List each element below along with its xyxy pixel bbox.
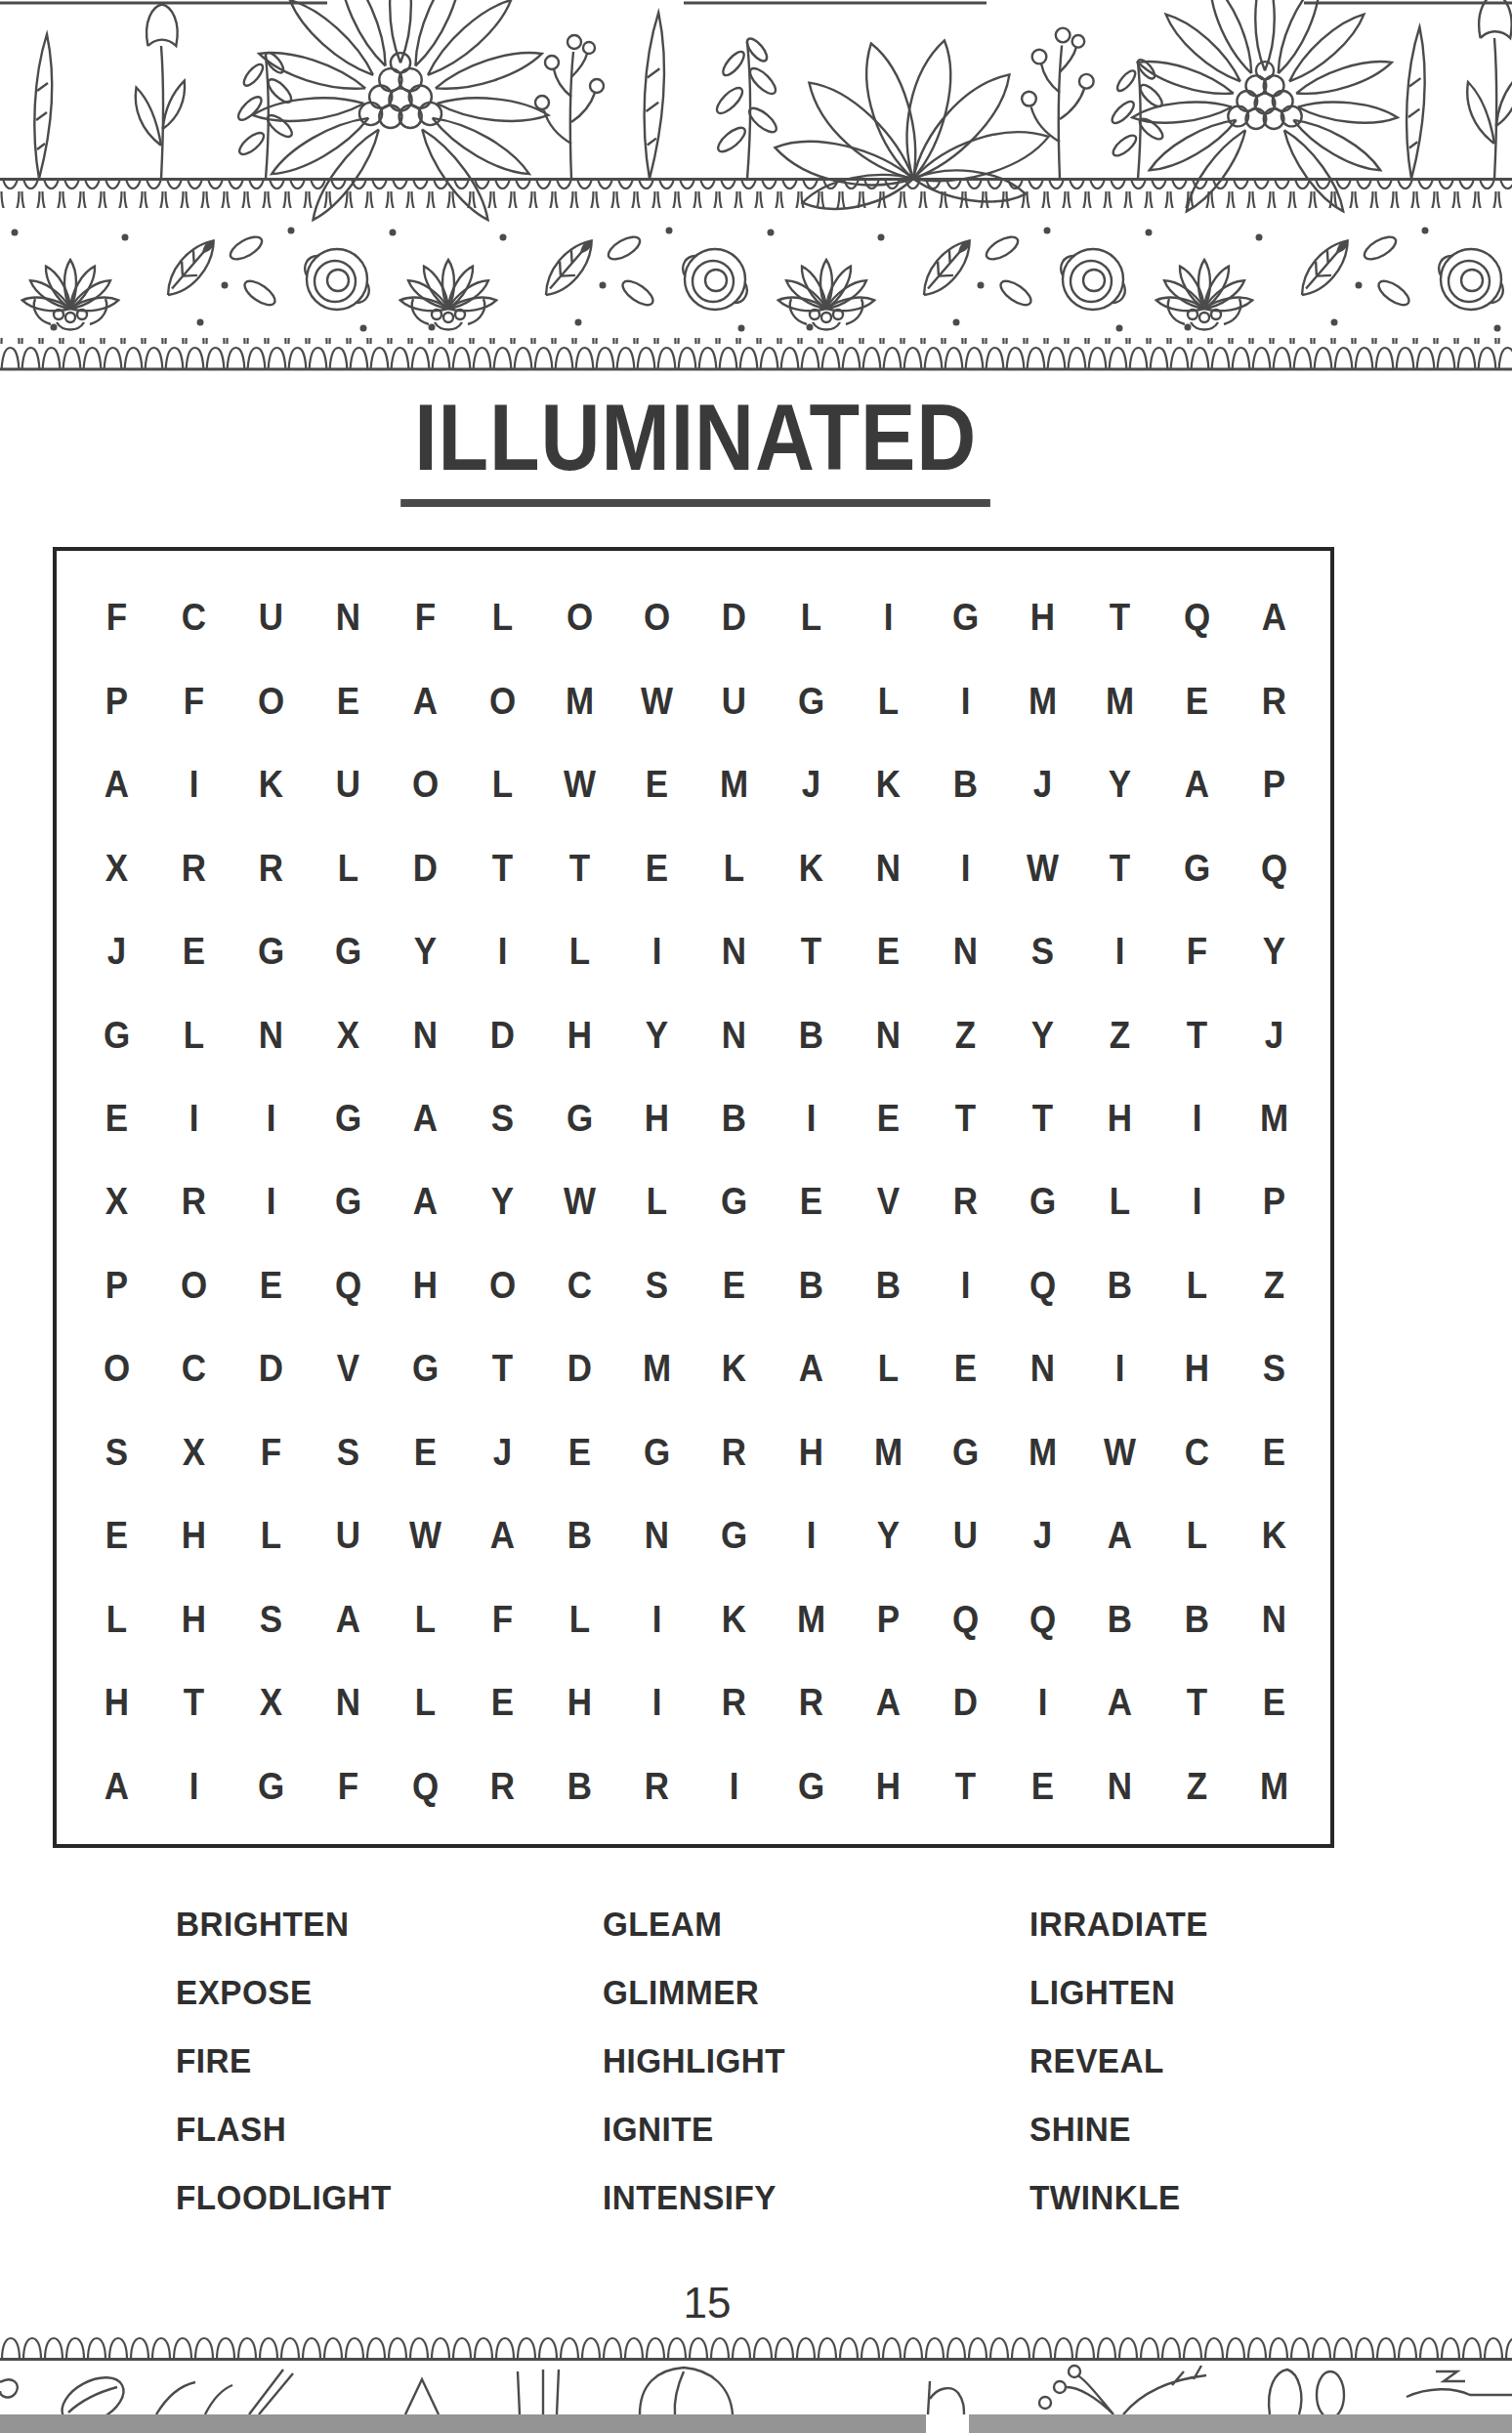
grid-cell[interactable]: L xyxy=(1161,1494,1233,1577)
grid-cell[interactable]: T xyxy=(1161,1661,1233,1744)
grid-cell[interactable]: O xyxy=(390,743,461,826)
grid-cell[interactable]: Z xyxy=(1084,993,1155,1076)
word-item[interactable]: FLASH xyxy=(176,2110,581,2149)
grid-cell[interactable]: N xyxy=(313,576,384,659)
grid-cell[interactable]: A xyxy=(81,1745,152,1828)
grid-cell[interactable]: B xyxy=(544,1494,615,1577)
grid-cell[interactable]: D xyxy=(390,826,461,909)
grid-cell[interactable]: R xyxy=(158,826,230,909)
grid-cell[interactable]: A xyxy=(313,1578,384,1661)
puzzle-page: ILLUMINATED FCUNFLOODLIGHTQAPFOEAOMWUGLI… xyxy=(0,0,1512,2433)
grid-cell[interactable]: O xyxy=(467,1244,538,1327)
grid-cell[interactable]: D xyxy=(467,993,538,1076)
grid-cell[interactable]: G xyxy=(1161,826,1233,909)
grid-cell[interactable]: E xyxy=(930,1327,1001,1410)
grid-cell[interactable]: L xyxy=(698,826,770,909)
grid-cell[interactable]: T xyxy=(930,1745,1001,1828)
grid-cell[interactable]: L xyxy=(158,993,230,1076)
word-item[interactable]: IRRADIATE xyxy=(1029,1905,1208,1944)
grid-cell[interactable]: E xyxy=(621,826,693,909)
grid-cell[interactable]: N xyxy=(235,993,307,1076)
grid-cell[interactable]: D xyxy=(930,1661,1001,1744)
grid-cell[interactable]: I xyxy=(621,910,693,993)
grid-cell[interactable]: C xyxy=(544,1244,615,1327)
grid-cell[interactable]: G xyxy=(235,910,307,993)
grid-cell[interactable]: R xyxy=(1239,659,1310,742)
grid-cell[interactable]: L xyxy=(390,1578,461,1661)
grid-cell[interactable]: S xyxy=(1007,910,1078,993)
grid-cell[interactable]: E xyxy=(313,659,384,742)
grid-cell[interactable]: A xyxy=(853,1661,924,1744)
grid-cell[interactable]: E xyxy=(158,910,230,993)
grid-cell[interactable]: T xyxy=(158,1661,230,1744)
grid-cell[interactable]: E xyxy=(81,1494,152,1577)
grid-cell[interactable]: U xyxy=(313,1494,384,1577)
grid-cell[interactable]: G xyxy=(544,1077,615,1160)
grid-cell[interactable]: B xyxy=(930,743,1001,826)
grid-cell[interactable]: G xyxy=(1007,1160,1078,1243)
grid-cell[interactable]: M xyxy=(544,659,615,742)
grid-cell[interactable]: N xyxy=(853,826,924,909)
grid-cell[interactable]: I xyxy=(853,576,924,659)
word-item[interactable]: EXPOSE xyxy=(176,1973,581,2012)
grid-cell[interactable]: H xyxy=(776,1411,847,1494)
grid-cell[interactable]: Y xyxy=(621,993,693,1076)
grid-cell[interactable]: P xyxy=(81,659,152,742)
grid-cell[interactable]: U xyxy=(930,1494,1001,1577)
grid-cell[interactable]: R xyxy=(930,1160,1001,1243)
grid-cell[interactable]: I xyxy=(930,1244,1001,1327)
grid-cell[interactable]: T xyxy=(776,910,847,993)
grid-cell[interactable]: A xyxy=(390,1077,461,1160)
grid-cell[interactable]: T xyxy=(544,826,615,909)
grid-cell[interactable]: H xyxy=(1084,1077,1155,1160)
grid-cell[interactable]: G xyxy=(313,1160,384,1243)
word-item[interactable]: IGNITE xyxy=(603,2110,1008,2149)
word-item[interactable]: GLEAM xyxy=(603,1905,1008,1944)
grid-cell[interactable]: X xyxy=(81,1160,152,1243)
grid-cell[interactable]: A xyxy=(1084,1494,1155,1577)
grid-cell[interactable]: Y xyxy=(1007,993,1078,1076)
grid-cell[interactable]: F xyxy=(313,1745,384,1828)
grid-cell[interactable]: R xyxy=(698,1411,770,1494)
grid-cell[interactable]: E xyxy=(467,1661,538,1744)
grid-cell[interactable]: A xyxy=(81,743,152,826)
grid-cell[interactable]: C xyxy=(1161,1411,1233,1494)
grid-cell[interactable]: T xyxy=(1084,826,1155,909)
grid-cell[interactable]: H xyxy=(390,1244,461,1327)
grid-cell[interactable]: N xyxy=(698,910,770,993)
grid-cell[interactable]: Y xyxy=(853,1494,924,1577)
grid-cell[interactable]: E xyxy=(853,1077,924,1160)
grid-cell[interactable]: P xyxy=(853,1578,924,1661)
grid-cell[interactable]: S xyxy=(621,1244,693,1327)
grid-cell[interactable]: E xyxy=(390,1411,461,1494)
grid-cell[interactable]: I xyxy=(235,1160,307,1243)
grid-cell[interactable]: N xyxy=(853,993,924,1076)
grid-cell[interactable]: E xyxy=(776,1160,847,1243)
grid-cell[interactable]: K xyxy=(698,1578,770,1661)
grid-cell[interactable]: G xyxy=(776,1745,847,1828)
word-item[interactable]: FIRE xyxy=(176,2041,581,2080)
grid-cell[interactable]: T xyxy=(1084,576,1155,659)
grid-cell[interactable]: G xyxy=(621,1411,693,1494)
grid-cell[interactable]: N xyxy=(930,910,1001,993)
grid-cell[interactable]: Q xyxy=(390,1745,461,1828)
grid-cell[interactable]: M xyxy=(1007,1411,1078,1494)
grid-cell[interactable]: H xyxy=(544,993,615,1076)
grid-cell[interactable]: J xyxy=(81,910,152,993)
grid-cell[interactable]: F xyxy=(390,576,461,659)
grid-cell[interactable]: P xyxy=(81,1244,152,1327)
grid-cell[interactable]: N xyxy=(313,1661,384,1744)
grid-cell[interactable]: H xyxy=(1007,576,1078,659)
grid-cell[interactable]: H xyxy=(158,1578,230,1661)
grid-cell[interactable]: L xyxy=(544,910,615,993)
grid-cell[interactable]: F xyxy=(158,659,230,742)
grid-cell[interactable]: I xyxy=(1161,1077,1233,1160)
grid-cell[interactable]: I xyxy=(1161,1160,1233,1243)
grid-cell[interactable]: M xyxy=(1084,659,1155,742)
grid-cell[interactable]: L xyxy=(1161,1244,1233,1327)
grid-cell[interactable]: E xyxy=(1161,659,1233,742)
grid-cell[interactable]: N xyxy=(1239,1578,1310,1661)
grid-cell[interactable]: U xyxy=(235,576,307,659)
grid-cell[interactable]: Y xyxy=(1084,743,1155,826)
grid-cell[interactable]: V xyxy=(313,1327,384,1410)
grid-cell[interactable]: T xyxy=(1007,1077,1078,1160)
grid-cell[interactable]: O xyxy=(621,576,693,659)
grid-cell[interactable]: R xyxy=(158,1160,230,1243)
grid-cell[interactable]: K xyxy=(853,743,924,826)
grid-cell[interactable]: E xyxy=(81,1077,152,1160)
grid-cell[interactable]: J xyxy=(1007,1494,1078,1577)
grid-cell[interactable]: J xyxy=(1007,743,1078,826)
top-floral-border xyxy=(0,0,1512,375)
grid-cell[interactable]: Q xyxy=(1239,826,1310,909)
grid-cell[interactable]: J xyxy=(467,1411,538,1494)
grid-cell[interactable]: M xyxy=(1239,1077,1310,1160)
grid-cell[interactable]: H xyxy=(853,1745,924,1828)
grid-cell[interactable]: W xyxy=(621,659,693,742)
grid-cell[interactable]: K xyxy=(698,1327,770,1410)
grid-cell[interactable]: M xyxy=(853,1411,924,1494)
grid-cell[interactable]: I xyxy=(776,1077,847,1160)
grid-cell[interactable]: D xyxy=(698,576,770,659)
grid-cell[interactable]: C xyxy=(158,576,230,659)
word-item[interactable]: HIGHLIGHT xyxy=(603,2041,1008,2080)
grid-cell[interactable]: B xyxy=(776,1244,847,1327)
grid-cell[interactable]: W xyxy=(1007,826,1078,909)
grid-cell[interactable]: G xyxy=(930,1411,1001,1494)
grid-cell[interactable]: I xyxy=(158,1077,230,1160)
grid-cell[interactable]: L xyxy=(1084,1160,1155,1243)
grid-cell[interactable]: E xyxy=(698,1244,770,1327)
grid-cell[interactable]: A xyxy=(1161,743,1233,826)
grid-cell[interactable]: F xyxy=(467,1578,538,1661)
grid-cell[interactable]: O xyxy=(467,659,538,742)
word-item[interactable]: GLIMMER xyxy=(603,1973,1008,2012)
grid-cell[interactable]: M xyxy=(1239,1745,1310,1828)
grid-cell[interactable]: H xyxy=(544,1661,615,1744)
grid-cell[interactable]: I xyxy=(776,1494,847,1577)
grid-cell[interactable]: E xyxy=(1239,1411,1310,1494)
grid-cell[interactable]: L xyxy=(467,576,538,659)
word-list: BRIGHTENEXPOSEFIREFLASHFLOODLIGHTGLEAMGL… xyxy=(176,1905,1446,2246)
grid-cell[interactable]: S xyxy=(235,1578,307,1661)
grid-cell[interactable]: B xyxy=(1084,1244,1155,1327)
grid-cell[interactable]: K xyxy=(1239,1494,1310,1577)
grid-cell[interactable]: O xyxy=(544,576,615,659)
grid-cell[interactable]: A xyxy=(1084,1661,1155,1744)
grid-cell[interactable]: G xyxy=(776,659,847,742)
grid-cell[interactable]: G xyxy=(313,910,384,993)
grid-cell[interactable]: I xyxy=(1007,1661,1078,1744)
grid-cell[interactable]: B xyxy=(544,1745,615,1828)
grid-cell[interactable]: B xyxy=(1084,1578,1155,1661)
grid-cell[interactable]: M xyxy=(1007,659,1078,742)
grid-cell[interactable]: T xyxy=(930,1077,1001,1160)
grid-cell[interactable]: F xyxy=(235,1411,307,1494)
grid-cell[interactable]: K xyxy=(235,743,307,826)
grid-cell[interactable]: A xyxy=(390,659,461,742)
grid-cell[interactable]: L xyxy=(853,659,924,742)
grid-cell[interactable]: B xyxy=(776,993,847,1076)
grid-cell[interactable]: E xyxy=(621,743,693,826)
grid-cell[interactable]: L xyxy=(313,826,384,909)
grid-cell[interactable]: N xyxy=(1084,1745,1155,1828)
word-item[interactable]: TWINKLE xyxy=(1029,2178,1208,2217)
grid-cell[interactable]: I xyxy=(1084,1327,1155,1410)
grid-cell[interactable]: I xyxy=(621,1661,693,1744)
grid-cell[interactable]: Z xyxy=(1161,1745,1233,1828)
grid-cell[interactable]: P xyxy=(1239,743,1310,826)
grid-cell[interactable]: Q xyxy=(1007,1578,1078,1661)
grid-cell[interactable]: K xyxy=(776,826,847,909)
grid-cell[interactable]: D xyxy=(544,1327,615,1410)
grid-cell[interactable]: L xyxy=(81,1578,152,1661)
word-column: BRIGHTENEXPOSEFIREFLASHFLOODLIGHT xyxy=(176,1905,603,2246)
grid-cell[interactable]: S xyxy=(1239,1327,1310,1410)
grid-cell[interactable]: X xyxy=(235,1661,307,1744)
grid-cell[interactable]: I xyxy=(158,743,230,826)
grid-cell[interactable]: H xyxy=(81,1661,152,1744)
grid-cell[interactable]: M xyxy=(621,1327,693,1410)
grid-cell[interactable]: H xyxy=(1161,1327,1233,1410)
page-number: 15 xyxy=(0,2279,1414,2328)
grid-cell[interactable]: E xyxy=(1007,1745,1078,1828)
word-item[interactable]: LIGHTEN xyxy=(1029,1973,1208,2012)
grid-cell[interactable]: L xyxy=(544,1578,615,1661)
grid-cell[interactable]: N xyxy=(698,993,770,1076)
grid-cell[interactable]: L xyxy=(621,1160,693,1243)
grid-cell[interactable]: S xyxy=(81,1411,152,1494)
grid-cell[interactable]: Q xyxy=(930,1578,1001,1661)
grid-cell[interactable]: Y xyxy=(390,910,461,993)
grid-cell[interactable]: W xyxy=(544,1160,615,1243)
grid-cell[interactable]: J xyxy=(1239,993,1310,1076)
grid-cell[interactable]: L xyxy=(467,743,538,826)
word-item[interactable]: INTENSIFY xyxy=(603,2178,1008,2217)
grid-cell[interactable]: C xyxy=(158,1327,230,1410)
grid-cell[interactable]: I xyxy=(235,1077,307,1160)
grid-cell[interactable]: O xyxy=(235,659,307,742)
grid-cell[interactable]: G xyxy=(698,1494,770,1577)
grid-cell[interactable]: E xyxy=(235,1244,307,1327)
grid-cell[interactable]: U xyxy=(313,743,384,826)
grid-cell[interactable]: N xyxy=(1007,1327,1078,1410)
grid-cell[interactable]: Z xyxy=(1239,1244,1310,1327)
grid-cell[interactable]: I xyxy=(1084,910,1155,993)
grid-cell[interactable]: W xyxy=(1084,1411,1155,1494)
grid-cell[interactable]: F xyxy=(81,576,152,659)
word-item[interactable]: BRIGHTEN xyxy=(176,1905,581,1944)
grid-cell[interactable]: I xyxy=(467,910,538,993)
grid-cell[interactable]: B xyxy=(853,1244,924,1327)
grid-cell[interactable]: G xyxy=(698,1160,770,1243)
grid-cell[interactable]: T xyxy=(467,1327,538,1410)
grid-cell[interactable]: N xyxy=(390,993,461,1076)
grid-cell[interactable]: L xyxy=(853,1327,924,1410)
grid-cell[interactable]: I xyxy=(621,1578,693,1661)
grid-cell[interactable]: B xyxy=(698,1077,770,1160)
title-block: ILLUMINATED xyxy=(0,389,1391,507)
word-column: IRRADIATELIGHTENREVEALSHINETWINKLE xyxy=(1029,1905,1217,2246)
word-column: GLEAMGLIMMERHIGHLIGHTIGNITEINTENSIFY xyxy=(603,1905,1029,2246)
grid-cell[interactable]: Q xyxy=(1007,1244,1078,1327)
grid-cell[interactable]: R xyxy=(621,1745,693,1828)
grid-cell[interactable]: V xyxy=(853,1160,924,1243)
grid-cell[interactable]: G xyxy=(313,1077,384,1160)
grid-cell[interactable]: S xyxy=(467,1077,538,1160)
grid-cell[interactable]: R xyxy=(235,826,307,909)
grid-cell[interactable]: H xyxy=(158,1494,230,1577)
grid-cell[interactable]: P xyxy=(1239,1160,1310,1243)
grid-cell[interactable]: D xyxy=(235,1327,307,1410)
grid-cell[interactable]: L xyxy=(390,1661,461,1744)
grid-cell[interactable]: R xyxy=(776,1661,847,1744)
word-item[interactable]: FLOODLIGHT xyxy=(176,2178,581,2217)
grid-cell[interactable]: L xyxy=(776,576,847,659)
grid-cell[interactable]: G xyxy=(930,576,1001,659)
grid-cell[interactable]: G xyxy=(390,1327,461,1410)
grid-cell[interactable]: B xyxy=(1161,1578,1233,1661)
word-item[interactable]: SHINE xyxy=(1029,2110,1208,2149)
grid-cell[interactable]: F xyxy=(1161,910,1233,993)
grid-cell[interactable]: U xyxy=(698,659,770,742)
grid-cell[interactable]: J xyxy=(776,743,847,826)
grid-cell[interactable]: E xyxy=(1239,1661,1310,1744)
grid-cell[interactable]: E xyxy=(853,910,924,993)
grid-cell[interactable]: G xyxy=(81,993,152,1076)
grid-cell[interactable]: I xyxy=(930,659,1001,742)
grid-cell[interactable]: A xyxy=(1239,576,1310,659)
grid-cell[interactable]: Q xyxy=(313,1244,384,1327)
grid-cell[interactable]: T xyxy=(1161,993,1233,1076)
grid-cell[interactable]: T xyxy=(467,826,538,909)
grid-cell[interactable]: W xyxy=(390,1494,461,1577)
grid-cell[interactable]: I xyxy=(158,1745,230,1828)
grid-cell[interactable]: Y xyxy=(1239,910,1310,993)
grid-cell[interactable]: Y xyxy=(467,1160,538,1243)
grid-cell[interactable]: Z xyxy=(930,993,1001,1076)
grid-cell[interactable]: X xyxy=(158,1411,230,1494)
grid-cell[interactable]: H xyxy=(621,1077,693,1160)
letter-grid: FCUNFLOODLIGHTQAPFOEAOMWUGLIMMERAIKUOLWE… xyxy=(53,547,1334,1848)
grid-cell[interactable]: E xyxy=(544,1411,615,1494)
grid-cell[interactable]: M xyxy=(698,743,770,826)
grid-cell[interactable]: A xyxy=(467,1494,538,1577)
grid-cell[interactable]: A xyxy=(776,1327,847,1410)
grid-cell[interactable]: X xyxy=(313,993,384,1076)
grid-cell[interactable]: Q xyxy=(1161,576,1233,659)
grid-cell[interactable]: X xyxy=(81,826,152,909)
grid-cell[interactable]: G xyxy=(235,1745,307,1828)
grid-cell[interactable]: S xyxy=(313,1411,384,1494)
page-title: ILLUMINATED xyxy=(400,389,990,507)
grid-cell[interactable]: I xyxy=(698,1745,770,1828)
grid-cell[interactable]: I xyxy=(930,826,1001,909)
grid-cell[interactable]: W xyxy=(544,743,615,826)
bottom-floral-border xyxy=(0,2336,1512,2433)
grid-cell[interactable]: A xyxy=(390,1160,461,1243)
grid-cell[interactable]: O xyxy=(158,1244,230,1327)
grid-cell[interactable]: O xyxy=(81,1327,152,1410)
grid-cell[interactable]: L xyxy=(235,1494,307,1577)
grid-cell[interactable]: M xyxy=(776,1578,847,1661)
grid-cell[interactable]: N xyxy=(621,1494,693,1577)
grid-cell[interactable]: R xyxy=(698,1661,770,1744)
grid-cell[interactable]: R xyxy=(467,1745,538,1828)
word-item[interactable]: REVEAL xyxy=(1029,2041,1208,2080)
